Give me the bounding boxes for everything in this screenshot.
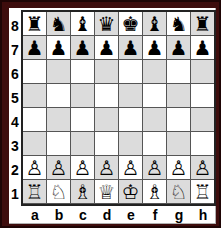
rank-label-5: 5 <box>11 86 19 110</box>
square-h3[interactable] <box>191 132 214 155</box>
rank-labels-column: 87654321 <box>9 10 21 206</box>
square-g3[interactable] <box>167 132 190 155</box>
square-a8[interactable]: ♜ <box>23 12 46 35</box>
rank-label-7: 7 <box>11 38 19 62</box>
square-c1[interactable]: ♗ <box>71 180 94 203</box>
piece-black-king: ♚ <box>122 14 140 34</box>
square-a3[interactable] <box>23 132 46 155</box>
rank-label-8: 8 <box>11 14 19 38</box>
piece-white-pawn: ♙ <box>26 158 44 178</box>
square-d5[interactable] <box>95 84 118 107</box>
square-c4[interactable] <box>71 108 94 131</box>
piece-white-pawn: ♙ <box>98 158 116 178</box>
square-f3[interactable] <box>143 132 166 155</box>
piece-white-bishop: ♗ <box>74 182 92 202</box>
square-f8[interactable]: ♝ <box>143 12 166 35</box>
file-label-g: g <box>167 207 191 223</box>
square-b8[interactable]: ♞ <box>47 12 70 35</box>
board-area: 87654321 ♜♞♝♛♚♝♞♜♟♟♟♟♟♟♟♟♙♙♙♙♙♙♙♙♖♘♗♕♔♗♘… <box>9 10 216 206</box>
square-g1[interactable]: ♘ <box>167 180 190 203</box>
rank-label-4: 4 <box>11 110 19 134</box>
board-panel: 87654321 ♜♞♝♛♚♝♞♜♟♟♟♟♟♟♟♟♙♙♙♙♙♙♙♙♖♘♗♕♔♗♘… <box>9 8 216 224</box>
square-b5[interactable] <box>47 84 70 107</box>
window-frame: 87654321 ♜♞♝♛♚♝♞♜♟♟♟♟♟♟♟♟♙♙♙♙♙♙♙♙♖♘♗♕♔♗♘… <box>0 0 221 228</box>
piece-white-pawn: ♙ <box>146 158 164 178</box>
piece-white-queen: ♕ <box>98 182 116 202</box>
square-a6[interactable] <box>23 60 46 83</box>
square-c3[interactable] <box>71 132 94 155</box>
piece-white-bishop: ♗ <box>146 182 164 202</box>
piece-white-knight: ♘ <box>170 182 188 202</box>
square-e6[interactable] <box>119 60 142 83</box>
file-label-f: f <box>143 207 167 223</box>
piece-black-pawn: ♟ <box>146 38 164 58</box>
square-g2[interactable]: ♙ <box>167 156 190 179</box>
square-a7[interactable]: ♟ <box>23 36 46 59</box>
square-g5[interactable] <box>167 84 190 107</box>
piece-black-pawn: ♟ <box>50 38 68 58</box>
square-h7[interactable]: ♟ <box>191 36 214 59</box>
square-d7[interactable]: ♟ <box>95 36 118 59</box>
square-a1[interactable]: ♖ <box>23 180 46 203</box>
file-labels-row: abcdefgh <box>23 207 218 223</box>
file-label-e: e <box>119 207 143 223</box>
square-a5[interactable] <box>23 84 46 107</box>
square-g7[interactable]: ♟ <box>167 36 190 59</box>
piece-white-pawn: ♙ <box>194 158 212 178</box>
square-b7[interactable]: ♟ <box>47 36 70 59</box>
piece-white-knight: ♘ <box>50 182 68 202</box>
square-d6[interactable] <box>95 60 118 83</box>
piece-black-pawn: ♟ <box>98 38 116 58</box>
file-label-h: h <box>191 207 215 223</box>
chess-board: ♜♞♝♛♚♝♞♜♟♟♟♟♟♟♟♟♙♙♙♙♙♙♙♙♖♘♗♕♔♗♘♖ <box>21 10 216 206</box>
square-h5[interactable] <box>191 84 214 107</box>
square-g4[interactable] <box>167 108 190 131</box>
rank-label-6: 6 <box>11 62 19 86</box>
square-d4[interactable] <box>95 108 118 131</box>
square-b2[interactable]: ♙ <box>47 156 70 179</box>
square-f5[interactable] <box>143 84 166 107</box>
square-e1[interactable]: ♔ <box>119 180 142 203</box>
rank-label-2: 2 <box>11 158 19 182</box>
square-g6[interactable] <box>167 60 190 83</box>
piece-white-rook: ♖ <box>26 182 44 202</box>
square-c6[interactable] <box>71 60 94 83</box>
piece-black-pawn: ♟ <box>74 38 92 58</box>
square-b4[interactable] <box>47 108 70 131</box>
square-h2[interactable]: ♙ <box>191 156 214 179</box>
piece-white-pawn: ♙ <box>74 158 92 178</box>
piece-black-knight: ♞ <box>170 14 188 34</box>
square-f4[interactable] <box>143 108 166 131</box>
piece-black-knight: ♞ <box>50 14 68 34</box>
piece-black-bishop: ♝ <box>74 14 92 34</box>
square-h1[interactable]: ♖ <box>191 180 214 203</box>
square-d3[interactable] <box>95 132 118 155</box>
square-d8[interactable]: ♛ <box>95 12 118 35</box>
square-a2[interactable]: ♙ <box>23 156 46 179</box>
square-e8[interactable]: ♚ <box>119 12 142 35</box>
file-label-b: b <box>47 207 71 223</box>
piece-white-pawn: ♙ <box>50 158 68 178</box>
square-e4[interactable] <box>119 108 142 131</box>
rank-label-1: 1 <box>11 182 19 206</box>
file-label-a: a <box>23 207 47 223</box>
square-b1[interactable]: ♘ <box>47 180 70 203</box>
square-e3[interactable] <box>119 132 142 155</box>
piece-black-rook: ♜ <box>194 14 212 34</box>
square-f1[interactable]: ♗ <box>143 180 166 203</box>
piece-black-bishop: ♝ <box>146 14 164 34</box>
piece-black-pawn: ♟ <box>26 38 44 58</box>
square-c7[interactable]: ♟ <box>71 36 94 59</box>
square-e7[interactable]: ♟ <box>119 36 142 59</box>
piece-black-pawn: ♟ <box>194 38 212 58</box>
piece-white-pawn: ♙ <box>122 158 140 178</box>
square-c2[interactable]: ♙ <box>71 156 94 179</box>
square-h4[interactable] <box>191 108 214 131</box>
square-c8[interactable]: ♝ <box>71 12 94 35</box>
square-e2[interactable]: ♙ <box>119 156 142 179</box>
square-e5[interactable] <box>119 84 142 107</box>
file-label-c: c <box>71 207 95 223</box>
square-h6[interactable] <box>191 60 214 83</box>
piece-white-rook: ♖ <box>194 182 212 202</box>
square-d1[interactable]: ♕ <box>95 180 118 203</box>
piece-white-pawn: ♙ <box>170 158 188 178</box>
square-d2[interactable]: ♙ <box>95 156 118 179</box>
square-h8[interactable]: ♜ <box>191 12 214 35</box>
square-f2[interactable]: ♙ <box>143 156 166 179</box>
rank-label-3: 3 <box>11 134 19 158</box>
square-b6[interactable] <box>47 60 70 83</box>
square-g8[interactable]: ♞ <box>167 12 190 35</box>
piece-white-king: ♔ <box>122 182 140 202</box>
piece-black-queen: ♛ <box>98 14 116 34</box>
square-f6[interactable] <box>143 60 166 83</box>
square-a4[interactable] <box>23 108 46 131</box>
square-b3[interactable] <box>47 132 70 155</box>
piece-black-pawn: ♟ <box>122 38 140 58</box>
file-label-d: d <box>95 207 119 223</box>
piece-black-rook: ♜ <box>26 14 44 34</box>
square-f7[interactable]: ♟ <box>143 36 166 59</box>
piece-black-pawn: ♟ <box>170 38 188 58</box>
square-c5[interactable] <box>71 84 94 107</box>
